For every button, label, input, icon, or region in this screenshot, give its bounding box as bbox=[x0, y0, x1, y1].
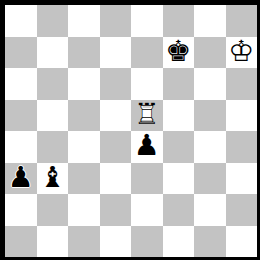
square-f7[interactable]: ♚ bbox=[163, 37, 195, 69]
square-e4[interactable]: ♟ bbox=[131, 131, 163, 163]
square-h8[interactable] bbox=[226, 5, 258, 37]
square-c4[interactable] bbox=[68, 131, 100, 163]
square-g6[interactable] bbox=[194, 68, 226, 100]
square-b4[interactable] bbox=[37, 131, 69, 163]
square-c1[interactable] bbox=[68, 226, 100, 258]
square-c8[interactable] bbox=[68, 5, 100, 37]
square-e7[interactable] bbox=[131, 37, 163, 69]
square-e1[interactable] bbox=[131, 226, 163, 258]
square-h6[interactable] bbox=[226, 68, 258, 100]
square-d8[interactable] bbox=[100, 5, 132, 37]
piece-white-king: ♔ bbox=[226, 36, 258, 68]
piece-white-king-fill: ♚ bbox=[226, 36, 258, 68]
square-f2[interactable] bbox=[163, 194, 195, 226]
chessboard: ♚♚♔♜♖♟♟♝ bbox=[5, 5, 257, 257]
square-a3[interactable]: ♟ bbox=[5, 163, 37, 195]
piece-white-rook: ♖ bbox=[131, 99, 163, 131]
square-g1[interactable] bbox=[194, 226, 226, 258]
square-c6[interactable] bbox=[68, 68, 100, 100]
square-c2[interactable] bbox=[68, 194, 100, 226]
piece-black-pawn: ♟ bbox=[131, 130, 163, 162]
square-a1[interactable] bbox=[5, 226, 37, 258]
square-d3[interactable] bbox=[100, 163, 132, 195]
square-b2[interactable] bbox=[37, 194, 69, 226]
square-g8[interactable] bbox=[194, 5, 226, 37]
square-d4[interactable] bbox=[100, 131, 132, 163]
square-b8[interactable] bbox=[37, 5, 69, 37]
square-h4[interactable] bbox=[226, 131, 258, 163]
square-g2[interactable] bbox=[194, 194, 226, 226]
square-c7[interactable] bbox=[68, 37, 100, 69]
square-d5[interactable] bbox=[100, 100, 132, 132]
square-g4[interactable] bbox=[194, 131, 226, 163]
square-e2[interactable] bbox=[131, 194, 163, 226]
square-b5[interactable] bbox=[37, 100, 69, 132]
square-a6[interactable] bbox=[5, 68, 37, 100]
piece-black-bishop: ♝ bbox=[37, 162, 69, 194]
square-h3[interactable] bbox=[226, 163, 258, 195]
square-b7[interactable] bbox=[37, 37, 69, 69]
square-d7[interactable] bbox=[100, 37, 132, 69]
square-h1[interactable] bbox=[226, 226, 258, 258]
square-a2[interactable] bbox=[5, 194, 37, 226]
square-f3[interactable] bbox=[163, 163, 195, 195]
square-c5[interactable] bbox=[68, 100, 100, 132]
piece-black-pawn: ♟ bbox=[5, 162, 37, 194]
square-d1[interactable] bbox=[100, 226, 132, 258]
square-h7[interactable]: ♚♔ bbox=[226, 37, 258, 69]
square-g7[interactable] bbox=[194, 37, 226, 69]
square-g5[interactable] bbox=[194, 100, 226, 132]
board-frame: ♚♚♔♜♖♟♟♝ bbox=[0, 0, 260, 260]
square-f1[interactable] bbox=[163, 226, 195, 258]
square-e6[interactable] bbox=[131, 68, 163, 100]
square-b3[interactable]: ♝ bbox=[37, 163, 69, 195]
square-b6[interactable] bbox=[37, 68, 69, 100]
square-e3[interactable] bbox=[131, 163, 163, 195]
square-f8[interactable] bbox=[163, 5, 195, 37]
square-d2[interactable] bbox=[100, 194, 132, 226]
square-f4[interactable] bbox=[163, 131, 195, 163]
square-a4[interactable] bbox=[5, 131, 37, 163]
square-f6[interactable] bbox=[163, 68, 195, 100]
square-a8[interactable] bbox=[5, 5, 37, 37]
square-a5[interactable] bbox=[5, 100, 37, 132]
square-f5[interactable] bbox=[163, 100, 195, 132]
square-h5[interactable] bbox=[226, 100, 258, 132]
square-c3[interactable] bbox=[68, 163, 100, 195]
piece-black-king: ♚ bbox=[163, 36, 195, 68]
square-e8[interactable] bbox=[131, 5, 163, 37]
piece-white-rook-fill: ♜ bbox=[131, 99, 163, 131]
square-b1[interactable] bbox=[37, 226, 69, 258]
square-g3[interactable] bbox=[194, 163, 226, 195]
square-d6[interactable] bbox=[100, 68, 132, 100]
square-a7[interactable] bbox=[5, 37, 37, 69]
square-h2[interactable] bbox=[226, 194, 258, 226]
square-e5[interactable]: ♜♖ bbox=[131, 100, 163, 132]
